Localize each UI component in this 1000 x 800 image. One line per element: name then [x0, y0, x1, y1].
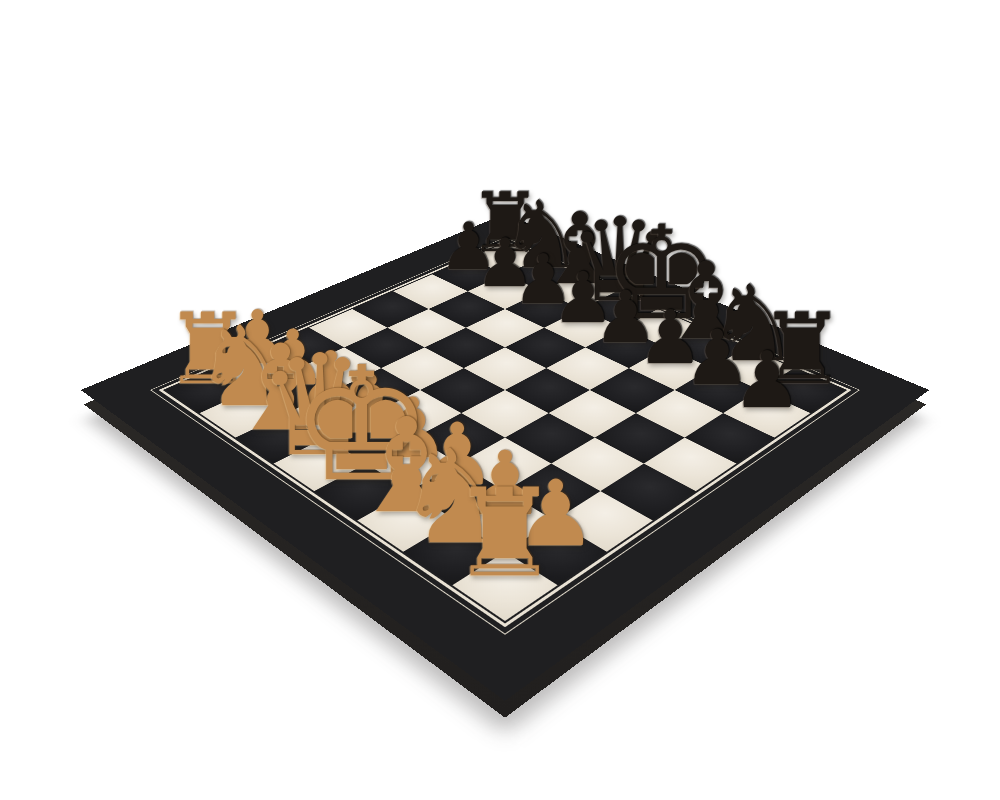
piece-black-pawn-h7[interactable]: ♟ — [732, 341, 802, 419]
product-photo-canvas: ♜♞♟♝♟♛♟♚♟♝♟♞♟♟♜♟♟♜♟♟♞♟♝♟♛♟♚♟♝♟♞♜ — [0, 0, 1000, 800]
piece-white-rook-h1[interactable]: ♜ — [451, 473, 560, 594]
